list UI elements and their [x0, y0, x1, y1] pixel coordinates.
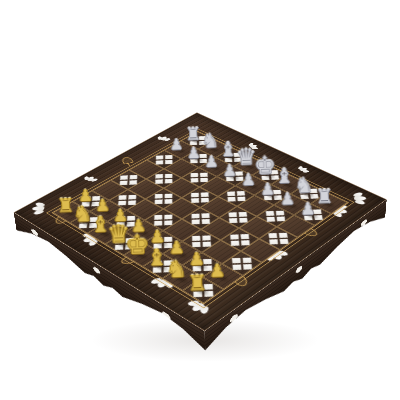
piece-silver-pawn-f7[interactable]: ♟	[260, 181, 275, 197]
square-c4[interactable]	[145, 188, 181, 209]
pearl-flower-petal-icon	[265, 231, 281, 241]
piece-silver-pawn-g7[interactable]: ♟	[280, 191, 295, 208]
square-a4[interactable]	[111, 170, 146, 190]
board-top-face: ♜♞♝♛♚♝♞♜♟♟♟♟♟♟♟♟♟♟♟♟♟♟♟♟♜♞♝♛♚♝♞♜	[14, 113, 387, 332]
pearl-flower-petal-icon	[151, 192, 166, 201]
pearl-inlay-icon	[86, 176, 95, 181]
pearl-flower-petal-icon	[152, 154, 166, 162]
pearl-flower-petal-icon	[223, 189, 238, 198]
piece-silver-pawn-e7[interactable]: ♟	[241, 172, 256, 188]
pearl-flower-petal-icon	[233, 189, 248, 198]
pearl-flower-petal-icon	[115, 193, 130, 202]
piece-silver-rook-a8[interactable]: ♜	[185, 125, 201, 143]
pearl-flower-petal-icon	[197, 190, 212, 199]
pearl-flower-petal-icon	[187, 191, 202, 200]
piece-gold-pawn-g2[interactable]: ♟	[189, 251, 205, 269]
piece-gold-pawn-f2[interactable]: ♟	[169, 239, 185, 257]
pearl-flower-petal-icon	[117, 173, 132, 181]
pearl-flower-petal-icon	[187, 176, 202, 184]
piece-silver-king-e8[interactable]: ♚	[254, 153, 276, 178]
piece-silver-knight-b8[interactable]: ♞	[201, 131, 219, 151]
pearl-flower-petal-icon	[225, 210, 241, 219]
pearl-flower-petal-icon	[226, 232, 242, 242]
pearl-flower-petal-icon	[225, 216, 241, 225]
playing-area: ♜♞♝♛♚♝♞♜♟♟♟♟♟♟♟♟♟♟♟♟♟♟♟♟♜♞♝♛♚♝♞♜	[52, 131, 349, 304]
pearl-flower-petal-icon	[162, 153, 176, 161]
pearl-flower-petal-icon	[237, 232, 253, 242]
piece-gold-bishop-f1[interactable]: ♝	[146, 246, 167, 269]
pearl-flower-petal-icon	[150, 213, 166, 222]
pearl-flower-petal-icon	[272, 209, 288, 218]
pearl-flower-petal-icon	[275, 230, 291, 240]
piece-gold-pawn-e2[interactable]: ♟	[150, 228, 166, 245]
gold-tulip-icon	[120, 156, 134, 164]
pearl-flower-petal-icon	[235, 210, 251, 219]
pearl-flower-petal-icon	[125, 193, 140, 202]
pearl-flower-petal-icon	[188, 211, 204, 220]
piece-silver-pawn-d7[interactable]: ♟	[223, 163, 237, 179]
piece-silver-knight-g8[interactable]: ♞	[294, 175, 313, 196]
piece-silver-bishop-c8[interactable]: ♝	[219, 140, 237, 160]
pearl-inlay-icon	[160, 136, 168, 141]
piece-silver-pawn-h7[interactable]: ♟	[300, 201, 315, 218]
pearl-flower-petal-icon	[187, 171, 202, 179]
piece-silver-bishop-f8[interactable]: ♝	[275, 166, 294, 187]
piece-silver-rook-h8[interactable]: ♜	[316, 187, 334, 207]
pearl-inlay-icon	[299, 167, 308, 172]
chess-board: ♜♞♝♛♚♝♞♜♟♟♟♟♟♟♟♟♟♟♟♟♟♟♟♟♜♞♝♛♚♝♞♜	[14, 113, 387, 332]
piece-gold-pawn-h2[interactable]: ♟	[209, 262, 225, 280]
pearl-flower-petal-icon	[196, 171, 211, 179]
pearl-inlay-icon	[354, 196, 367, 201]
piece-gold-knight-g1[interactable]: ♞	[166, 258, 188, 282]
pearl-flower-petal-icon	[188, 234, 204, 244]
pearl-flower-petal-icon	[151, 197, 166, 206]
pearl-flower-petal-icon	[262, 209, 278, 218]
piece-gold-rook-h1[interactable]: ♜	[187, 272, 207, 294]
pearl-flower-petal-icon	[239, 262, 256, 272]
chess-set-product-photo: ♜♞♝♛♚♝♞♜♟♟♟♟♟♟♟♟♟♟♟♟♟♟♟♟♜♞♝♛♚♝♞♜	[0, 0, 400, 400]
piece-silver-pawn-c7[interactable]: ♟	[204, 154, 218, 170]
pearl-flower-petal-icon	[161, 172, 176, 180]
pearl-flower-petal-icon	[276, 237, 292, 247]
piece-silver-pawn-b7[interactable]: ♟	[187, 146, 201, 161]
square-f5[interactable]	[219, 206, 256, 228]
pearl-flower-petal-icon	[187, 196, 202, 205]
pearl-inlay-icon	[32, 206, 45, 211]
pearl-flower-petal-icon	[161, 192, 176, 201]
piece-silver-pawn-a7[interactable]: ♟	[170, 137, 184, 152]
pearl-flower-petal-icon	[228, 256, 245, 266]
pearl-flower-petal-icon	[152, 172, 167, 180]
pearl-flower-petal-icon	[126, 173, 141, 181]
pearl-flower-petal-icon	[224, 195, 239, 204]
